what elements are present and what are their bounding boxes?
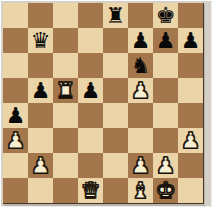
black-pawn-h7[interactable]: ♟ [181, 28, 201, 53]
square-h2[interactable] [178, 153, 203, 178]
black-knight-f6[interactable]: ♞ [131, 53, 151, 78]
square-h1[interactable] [178, 178, 203, 203]
square-h6[interactable] [178, 53, 203, 78]
board-frame: ♜♚♛♟♟♟♞♟♜♟♟♟♟♟♟♟♟♛♝♚ [0, 0, 212, 207]
black-pawn-f7[interactable]: ♟ [131, 28, 151, 53]
square-b1[interactable] [28, 178, 53, 203]
square-h3[interactable]: ♟ [178, 128, 203, 153]
square-b4[interactable] [28, 103, 53, 128]
square-d4[interactable] [78, 103, 103, 128]
square-b6[interactable] [28, 53, 53, 78]
square-g6[interactable] [153, 53, 178, 78]
square-c3[interactable] [53, 128, 78, 153]
white-pawn-b2[interactable]: ♟ [31, 153, 51, 178]
square-g3[interactable] [153, 128, 178, 153]
square-a8[interactable] [3, 3, 28, 28]
square-f3[interactable] [128, 128, 153, 153]
white-bishop-f1[interactable]: ♝ [131, 178, 151, 203]
white-queen-d1[interactable]: ♛ [81, 178, 101, 203]
square-g7[interactable]: ♟ [153, 28, 178, 53]
square-c2[interactable] [53, 153, 78, 178]
square-h4[interactable] [178, 103, 203, 128]
square-a1[interactable] [3, 178, 28, 203]
white-pawn-f2[interactable]: ♟ [131, 153, 151, 178]
square-d7[interactable] [78, 28, 103, 53]
square-c4[interactable] [53, 103, 78, 128]
white-pawn-h3[interactable]: ♟ [181, 128, 201, 153]
square-d3[interactable] [78, 128, 103, 153]
square-b8[interactable] [28, 3, 53, 28]
square-a7[interactable] [3, 28, 28, 53]
square-e4[interactable] [103, 103, 128, 128]
square-h8[interactable] [178, 3, 203, 28]
square-d6[interactable] [78, 53, 103, 78]
square-e7[interactable] [103, 28, 128, 53]
square-e3[interactable] [103, 128, 128, 153]
square-a2[interactable] [3, 153, 28, 178]
square-g5[interactable] [153, 78, 178, 103]
white-rook-c5[interactable]: ♜ [56, 78, 76, 103]
square-c8[interactable] [53, 3, 78, 28]
square-h5[interactable] [178, 78, 203, 103]
black-pawn-b5[interactable]: ♟ [31, 78, 51, 103]
white-pawn-g2[interactable]: ♟ [156, 153, 176, 178]
white-pawn-a3[interactable]: ♟ [6, 128, 26, 153]
square-f2[interactable]: ♟ [128, 153, 153, 178]
square-e2[interactable] [103, 153, 128, 178]
square-c5[interactable]: ♜ [53, 78, 78, 103]
square-e6[interactable] [103, 53, 128, 78]
square-d8[interactable] [78, 3, 103, 28]
chess-board: ♜♚♛♟♟♟♞♟♜♟♟♟♟♟♟♟♟♛♝♚ [3, 3, 204, 204]
square-f8[interactable] [128, 3, 153, 28]
square-b2[interactable]: ♟ [28, 153, 53, 178]
square-a5[interactable] [3, 78, 28, 103]
black-pawn-a4[interactable]: ♟ [6, 103, 26, 128]
square-f4[interactable] [128, 103, 153, 128]
white-pawn-f5[interactable]: ♟ [131, 78, 151, 103]
square-c6[interactable] [53, 53, 78, 78]
square-e5[interactable] [103, 78, 128, 103]
square-b5[interactable]: ♟ [28, 78, 53, 103]
square-c1[interactable] [53, 178, 78, 203]
square-b3[interactable] [28, 128, 53, 153]
square-h7[interactable]: ♟ [178, 28, 203, 53]
square-e8[interactable]: ♜ [103, 3, 128, 28]
square-g1[interactable]: ♚ [153, 178, 178, 203]
black-pawn-g7[interactable]: ♟ [156, 28, 176, 53]
square-a4[interactable]: ♟ [3, 103, 28, 128]
white-king-g1[interactable]: ♚ [156, 178, 176, 203]
square-f1[interactable]: ♝ [128, 178, 153, 203]
square-f7[interactable]: ♟ [128, 28, 153, 53]
black-rook-e8[interactable]: ♜ [106, 3, 126, 28]
black-pawn-d5[interactable]: ♟ [81, 78, 101, 103]
black-king-g8[interactable]: ♚ [156, 3, 176, 28]
square-f5[interactable]: ♟ [128, 78, 153, 103]
square-d5[interactable]: ♟ [78, 78, 103, 103]
square-f6[interactable]: ♞ [128, 53, 153, 78]
square-c7[interactable] [53, 28, 78, 53]
black-queen-b7[interactable]: ♛ [31, 28, 51, 53]
square-g8[interactable]: ♚ [153, 3, 178, 28]
square-d1[interactable]: ♛ [78, 178, 103, 203]
square-d2[interactable] [78, 153, 103, 178]
square-a6[interactable] [3, 53, 28, 78]
square-g4[interactable] [153, 103, 178, 128]
square-a3[interactable]: ♟ [3, 128, 28, 153]
square-e1[interactable] [103, 178, 128, 203]
square-g2[interactable]: ♟ [153, 153, 178, 178]
square-b7[interactable]: ♛ [28, 28, 53, 53]
